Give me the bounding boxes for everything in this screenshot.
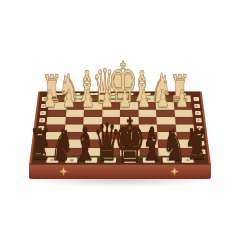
product-photo-chess-set: hgfedcba1122334455667788hgfedcba ♜♞♝♛♚♝♞… [0,0,235,235]
white-pawn: ♟ [101,87,114,111]
black-rook: ♜ [29,124,52,166]
pieces-layer: ♜♞♝♛♚♝♞♜♟♟♟♟♟♟♟♟♟♟♟♟♟♟♟♟♜♞♝♛♚♝♞♜ [0,0,235,235]
black-knight: ♞ [50,123,74,167]
black-rook: ♜ [186,124,209,166]
black-knight: ♞ [162,123,186,167]
white-pawn: ♟ [82,87,95,111]
black-bishop: ♝ [140,121,165,167]
white-pawn: ♟ [157,87,170,111]
white-pawn: ♟ [63,87,76,111]
white-pawn: ♟ [44,87,57,111]
white-pawn: ♟ [176,87,189,111]
